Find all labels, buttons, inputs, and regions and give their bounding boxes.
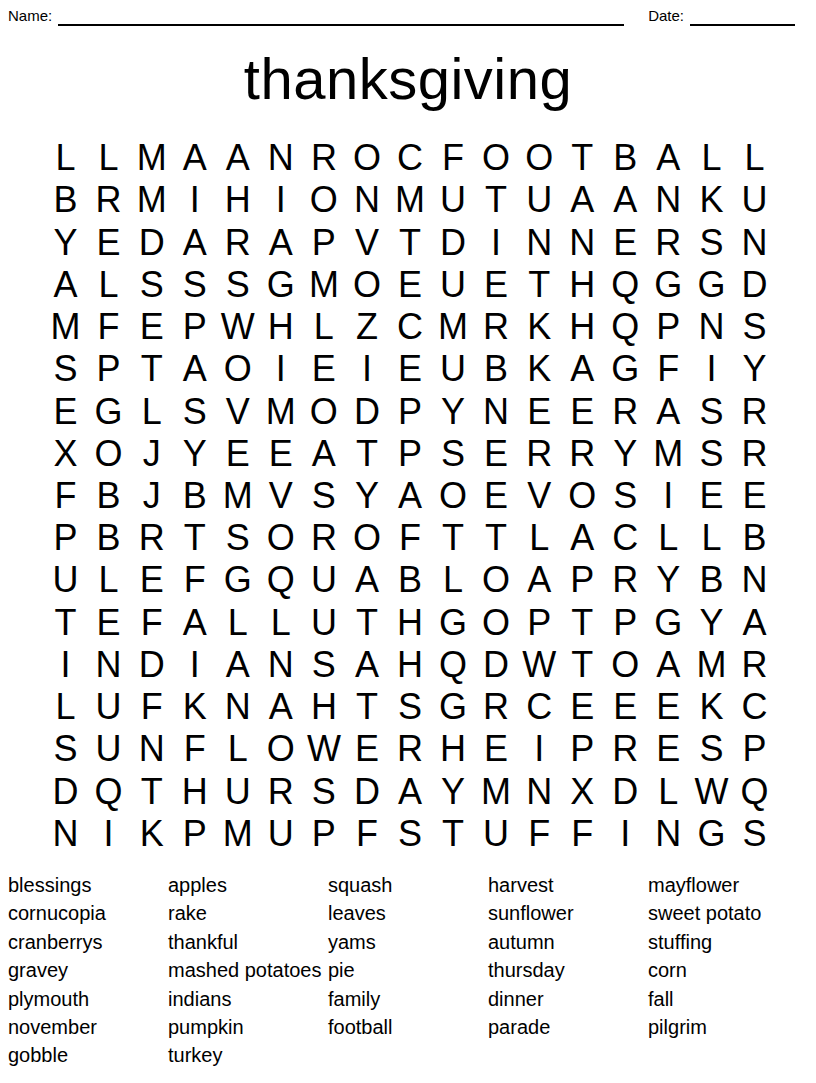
grid-cell-r5c16: N: [690, 306, 733, 348]
grid-cell-r3c3: D: [130, 221, 173, 263]
grid-cell-r5c9: C: [388, 306, 431, 348]
grid-cell-r12c9: H: [388, 602, 431, 644]
grid-cell-r1c8: O: [345, 137, 388, 179]
date-label: Date:: [648, 6, 684, 26]
grid-cell-r4c2: L: [87, 264, 130, 306]
grid-cell-r4c13: H: [561, 264, 604, 306]
grid-cell-r8c7: A: [302, 433, 345, 475]
grid-cell-r2c8: N: [345, 179, 388, 221]
grid-cell-r7c2: G: [87, 390, 130, 432]
grid-cell-r17c7: P: [302, 813, 345, 855]
grid-cell-r1c17: L: [733, 137, 776, 179]
grid-cell-r12c1: T: [44, 602, 87, 644]
grid-cell-r17c8: F: [345, 813, 388, 855]
grid-cell-r10c12: L: [518, 517, 561, 559]
grid-cell-r9c4: B: [173, 475, 216, 517]
grid-cell-r6c5: O: [216, 348, 259, 390]
grid-cell-r17c16: G: [690, 813, 733, 855]
grid-cell-r8c10: S: [432, 433, 475, 475]
grid-cell-r16c12: N: [518, 771, 561, 813]
name-label: Name:: [8, 6, 52, 26]
grid-cell-r6c14: G: [604, 348, 647, 390]
grid-cell-r10c13: A: [561, 517, 604, 559]
grid-cell-r16c15: L: [647, 771, 690, 813]
grid-cell-r16c13: X: [561, 771, 604, 813]
grid-cell-r13c4: I: [173, 644, 216, 686]
grid-cell-r3c17: N: [733, 221, 776, 263]
grid-cell-r2c3: M: [130, 179, 173, 221]
grid-cell-r11c2: L: [87, 559, 130, 601]
grid-cell-r1c14: B: [604, 137, 647, 179]
grid-cell-r8c13: R: [561, 433, 604, 475]
grid-cell-r14c10: G: [432, 686, 475, 728]
grid-cell-r10c7: R: [302, 517, 345, 559]
grid-cell-r9c8: Y: [345, 475, 388, 517]
grid-cell-r14c3: F: [130, 686, 173, 728]
grid-cell-r12c5: L: [216, 602, 259, 644]
grid-cell-r13c7: S: [302, 644, 345, 686]
grid-cell-r9c3: J: [130, 475, 173, 517]
grid-cell-r10c11: T: [475, 517, 518, 559]
grid-cell-r6c9: E: [388, 348, 431, 390]
grid-cell-r10c16: L: [690, 517, 733, 559]
grid-cell-r13c2: N: [87, 644, 130, 686]
grid-cell-r6c13: A: [561, 348, 604, 390]
grid-cell-r16c6: R: [259, 771, 302, 813]
grid-cell-r7c15: A: [647, 390, 690, 432]
grid-cell-r10c2: B: [87, 517, 130, 559]
grid-cell-r13c9: H: [388, 644, 431, 686]
grid-cell-r6c10: U: [432, 348, 475, 390]
grid-cell-r3c7: P: [302, 221, 345, 263]
word-list-item: corn: [648, 956, 808, 984]
grid-cell-r10c10: T: [432, 517, 475, 559]
grid-cell-r15c3: N: [130, 728, 173, 770]
grid-cell-r10c14: C: [604, 517, 647, 559]
grid-cell-r2c12: U: [518, 179, 561, 221]
grid-cell-r4c10: U: [432, 264, 475, 306]
word-list-item: pumpkin: [168, 1013, 328, 1041]
grid-cell-r1c7: R: [302, 137, 345, 179]
grid-cell-r16c7: S: [302, 771, 345, 813]
grid-cell-r3c13: N: [561, 221, 604, 263]
grid-cell-r6c12: K: [518, 348, 561, 390]
grid-cell-r8c2: O: [87, 433, 130, 475]
grid-cell-r1c13: T: [561, 137, 604, 179]
grid-cell-r13c11: D: [475, 644, 518, 686]
word-list-item: cranberrys: [8, 928, 168, 956]
grid-cell-r5c4: P: [173, 306, 216, 348]
grid-cell-r17c1: N: [44, 813, 87, 855]
word-list-item: cornucopia: [8, 899, 168, 927]
grid-cell-r12c4: A: [173, 602, 216, 644]
word-list-item: leaves: [328, 899, 488, 927]
grid-cell-r3c2: E: [87, 221, 130, 263]
grid-cell-r3c15: R: [647, 221, 690, 263]
word-list-item: squash: [328, 871, 488, 899]
grid-cell-r9c15: I: [647, 475, 690, 517]
grid-cell-r11c1: U: [44, 559, 87, 601]
word-list-item: stuffing: [648, 928, 808, 956]
word-list-item: sunflower: [488, 899, 648, 927]
grid-cell-r14c12: C: [518, 686, 561, 728]
grid-cell-r1c5: A: [216, 137, 259, 179]
grid-cell-r8c8: T: [345, 433, 388, 475]
grid-cell-r2c1: B: [44, 179, 87, 221]
grid-cell-r1c6: N: [259, 137, 302, 179]
grid-cell-r14c5: N: [216, 686, 259, 728]
grid-cell-r16c9: A: [388, 771, 431, 813]
grid-cell-r8c6: E: [259, 433, 302, 475]
grid-cell-r11c16: B: [690, 559, 733, 601]
word-list-column-3: squashleavesyamspiefamilyfootball: [328, 871, 488, 1041]
grid-cell-r5c8: Z: [345, 306, 388, 348]
grid-cell-r5c3: E: [130, 306, 173, 348]
word-list-item: mashed potatoes: [168, 956, 328, 984]
grid-cell-r12c14: P: [604, 602, 647, 644]
grid-cell-r6c6: I: [259, 348, 302, 390]
grid-cell-r7c8: D: [345, 390, 388, 432]
grid-cell-r6c15: F: [647, 348, 690, 390]
grid-cell-r6c1: S: [44, 348, 87, 390]
grid-cell-r11c6: Q: [259, 559, 302, 601]
grid-cell-r7c7: O: [302, 390, 345, 432]
grid-cell-r14c9: S: [388, 686, 431, 728]
grid-cell-r7c14: R: [604, 390, 647, 432]
grid-cell-r8c5: E: [216, 433, 259, 475]
worksheet-header: Name: Date:: [8, 6, 808, 26]
grid-cell-r17c6: U: [259, 813, 302, 855]
grid-cell-r14c6: A: [259, 686, 302, 728]
grid-cell-r7c17: R: [733, 390, 776, 432]
name-blank-line: [58, 7, 624, 26]
grid-cell-r10c9: F: [388, 517, 431, 559]
grid-cell-r4c11: E: [475, 264, 518, 306]
grid-cell-r11c14: R: [604, 559, 647, 601]
word-list-item: family: [328, 985, 488, 1013]
grid-cell-r14c13: E: [561, 686, 604, 728]
grid-cell-r8c12: R: [518, 433, 561, 475]
grid-cell-r11c10: L: [432, 559, 475, 601]
grid-cell-r4c17: D: [733, 264, 776, 306]
grid-cell-r9c10: O: [432, 475, 475, 517]
grid-cell-r14c14: E: [604, 686, 647, 728]
grid-cell-r14c4: K: [173, 686, 216, 728]
grid-cell-r13c17: R: [733, 644, 776, 686]
grid-cell-r4c3: S: [130, 264, 173, 306]
word-list-item: fall: [648, 985, 808, 1013]
grid-cell-r2c16: K: [690, 179, 733, 221]
word-list-item: autumn: [488, 928, 648, 956]
grid-cell-r5c2: F: [87, 306, 130, 348]
grid-cell-r9c17: E: [733, 475, 776, 517]
grid-cell-r7c3: L: [130, 390, 173, 432]
grid-cell-r13c3: D: [130, 644, 173, 686]
grid-cell-r9c16: E: [690, 475, 733, 517]
grid-cell-r5c1: M: [44, 306, 87, 348]
word-list-item: yams: [328, 928, 488, 956]
grid-cell-r1c16: L: [690, 137, 733, 179]
grid-cell-r9c6: V: [259, 475, 302, 517]
grid-cell-r2c14: A: [604, 179, 647, 221]
grid-cell-r14c11: R: [475, 686, 518, 728]
grid-cell-r3c11: I: [475, 221, 518, 263]
grid-cell-r3c12: N: [518, 221, 561, 263]
grid-cell-r13c5: A: [216, 644, 259, 686]
word-list: blessingscornucopiacranberrysgraveyplymo…: [8, 871, 808, 1070]
grid-cell-r16c8: D: [345, 771, 388, 813]
grid-cell-r15c15: E: [647, 728, 690, 770]
grid-cell-r15c16: S: [690, 728, 733, 770]
grid-cell-r15c10: H: [432, 728, 475, 770]
grid-cell-r7c4: S: [173, 390, 216, 432]
grid-cell-r12c6: L: [259, 602, 302, 644]
grid-cell-r15c2: U: [87, 728, 130, 770]
grid-cell-r11c7: U: [302, 559, 345, 601]
grid-cell-r17c14: I: [604, 813, 647, 855]
grid-cell-r8c17: R: [733, 433, 776, 475]
grid-cell-r1c1: L: [44, 137, 87, 179]
grid-cell-r10c1: P: [44, 517, 87, 559]
grid-cell-r6c16: I: [690, 348, 733, 390]
grid-cell-r12c11: O: [475, 602, 518, 644]
grid-cell-r4c12: T: [518, 264, 561, 306]
grid-cell-r13c16: M: [690, 644, 733, 686]
word-list-item: turkey: [168, 1041, 328, 1069]
grid-cell-r16c11: M: [475, 771, 518, 813]
grid-cell-r12c8: T: [345, 602, 388, 644]
grid-cell-r3c4: A: [173, 221, 216, 263]
grid-cell-r11c11: O: [475, 559, 518, 601]
word-list-item: thankful: [168, 928, 328, 956]
grid-cell-r5c10: M: [432, 306, 475, 348]
grid-cell-r12c15: G: [647, 602, 690, 644]
grid-cell-r16c2: Q: [87, 771, 130, 813]
grid-cell-r15c9: R: [388, 728, 431, 770]
grid-cell-r10c3: R: [130, 517, 173, 559]
grid-cell-r15c17: P: [733, 728, 776, 770]
grid-cell-r15c1: S: [44, 728, 87, 770]
grid-cell-r11c13: P: [561, 559, 604, 601]
grid-cell-r17c4: P: [173, 813, 216, 855]
grid-cell-r9c13: O: [561, 475, 604, 517]
word-list-column-1: blessingscornucopiacranberrysgraveyplymo…: [8, 871, 168, 1070]
grid-cell-r10c17: B: [733, 517, 776, 559]
word-list-item: harvest: [488, 871, 648, 899]
grid-cell-r11c8: A: [345, 559, 388, 601]
grid-cell-r11c9: B: [388, 559, 431, 601]
grid-cell-r14c7: H: [302, 686, 345, 728]
grid-cell-r17c11: U: [475, 813, 518, 855]
grid-cell-r8c11: E: [475, 433, 518, 475]
grid-cell-r12c7: U: [302, 602, 345, 644]
grid-cell-r12c13: T: [561, 602, 604, 644]
grid-cell-r1c9: C: [388, 137, 431, 179]
grid-cell-r2c5: H: [216, 179, 259, 221]
grid-cell-r13c10: Q: [432, 644, 475, 686]
word-list-item: thursday: [488, 956, 648, 984]
grid-cell-r16c3: T: [130, 771, 173, 813]
grid-cell-r7c6: M: [259, 390, 302, 432]
grid-cell-r7c1: E: [44, 390, 87, 432]
grid-cell-r7c10: Y: [432, 390, 475, 432]
grid-cell-r13c15: A: [647, 644, 690, 686]
word-list-column-5: mayflowersweet potatostuffingcornfallpil…: [648, 871, 808, 1041]
grid-cell-r14c2: U: [87, 686, 130, 728]
grid-cell-r4c6: G: [259, 264, 302, 306]
grid-cell-r5c14: Q: [604, 306, 647, 348]
grid-cell-r4c1: A: [44, 264, 87, 306]
grid-cell-r17c12: F: [518, 813, 561, 855]
grid-cell-r12c12: P: [518, 602, 561, 644]
grid-cell-r8c3: J: [130, 433, 173, 475]
grid-cell-r15c13: P: [561, 728, 604, 770]
grid-cell-r8c16: S: [690, 433, 733, 475]
grid-cell-r4c14: Q: [604, 264, 647, 306]
grid-cell-r13c1: I: [44, 644, 87, 686]
word-list-item: pie: [328, 956, 488, 984]
grid-cell-r11c12: A: [518, 559, 561, 601]
grid-cell-r11c15: Y: [647, 559, 690, 601]
grid-cell-r10c6: O: [259, 517, 302, 559]
word-list-item: gobble: [8, 1041, 168, 1069]
grid-cell-r16c16: W: [690, 771, 733, 813]
grid-cell-r17c9: S: [388, 813, 431, 855]
grid-cell-r16c17: Q: [733, 771, 776, 813]
grid-cell-r9c1: F: [44, 475, 87, 517]
grid-cell-r14c17: C: [733, 686, 776, 728]
grid-cell-r15c12: I: [518, 728, 561, 770]
grid-cell-r16c14: D: [604, 771, 647, 813]
grid-cell-r6c2: P: [87, 348, 130, 390]
grid-cell-r3c6: A: [259, 221, 302, 263]
grid-cell-r9c5: M: [216, 475, 259, 517]
grid-cell-r6c4: A: [173, 348, 216, 390]
grid-cell-r16c4: H: [173, 771, 216, 813]
grid-cell-r17c3: K: [130, 813, 173, 855]
word-list-item: apples: [168, 871, 328, 899]
grid-cell-r3c8: V: [345, 221, 388, 263]
word-list-item: dinner: [488, 985, 648, 1013]
grid-cell-r7c12: E: [518, 390, 561, 432]
grid-cell-r2c2: R: [87, 179, 130, 221]
grid-cell-r3c16: S: [690, 221, 733, 263]
grid-cell-r7c5: V: [216, 390, 259, 432]
grid-cell-r14c15: E: [647, 686, 690, 728]
grid-cell-r1c15: A: [647, 137, 690, 179]
word-list-item: sweet potato: [648, 899, 808, 927]
word-list-item: indians: [168, 985, 328, 1013]
word-list-item: football: [328, 1013, 488, 1041]
grid-cell-r15c8: E: [345, 728, 388, 770]
word-list-item: blessings: [8, 871, 168, 899]
grid-cell-r6c3: T: [130, 348, 173, 390]
grid-cell-r5c11: R: [475, 306, 518, 348]
grid-cell-r1c11: O: [475, 137, 518, 179]
grid-cell-r5c12: K: [518, 306, 561, 348]
grid-cell-r8c15: M: [647, 433, 690, 475]
grid-cell-r8c9: P: [388, 433, 431, 475]
grid-cell-r12c16: Y: [690, 602, 733, 644]
grid-cell-r4c7: M: [302, 264, 345, 306]
grid-cell-r11c3: E: [130, 559, 173, 601]
word-list-item: pilgrim: [648, 1013, 808, 1041]
grid-cell-r15c6: O: [259, 728, 302, 770]
grid-cell-r5c17: S: [733, 306, 776, 348]
grid-cell-r2c11: T: [475, 179, 518, 221]
grid-cell-r6c7: E: [302, 348, 345, 390]
word-list-item: november: [8, 1013, 168, 1041]
grid-cell-r5c6: H: [259, 306, 302, 348]
word-list-item: rake: [168, 899, 328, 927]
grid-cell-r6c8: I: [345, 348, 388, 390]
word-search-grid: LLMAANROCFOOTBALLBRMIHIONMUTUAANKUYEDARA…: [44, 137, 776, 855]
grid-cell-r9c7: S: [302, 475, 345, 517]
grid-cell-r1c2: L: [87, 137, 130, 179]
word-list-item: plymouth: [8, 985, 168, 1013]
grid-cell-r14c16: K: [690, 686, 733, 728]
grid-cell-r11c4: F: [173, 559, 216, 601]
grid-cell-r10c5: S: [216, 517, 259, 559]
grid-cell-r4c15: G: [647, 264, 690, 306]
grid-cell-r12c17: A: [733, 602, 776, 644]
grid-cell-r17c13: F: [561, 813, 604, 855]
grid-cell-r2c15: N: [647, 179, 690, 221]
grid-cell-r4c16: G: [690, 264, 733, 306]
grid-cell-r13c12: W: [518, 644, 561, 686]
grid-cell-r2c17: U: [733, 179, 776, 221]
grid-cell-r12c10: G: [432, 602, 475, 644]
grid-cell-r10c8: O: [345, 517, 388, 559]
puzzle-title: thanksgiving: [0, 42, 816, 116]
grid-cell-r14c1: L: [44, 686, 87, 728]
grid-cell-r5c7: L: [302, 306, 345, 348]
grid-cell-r9c9: A: [388, 475, 431, 517]
grid-cell-r9c12: V: [518, 475, 561, 517]
grid-cell-r9c14: S: [604, 475, 647, 517]
grid-cell-r15c11: E: [475, 728, 518, 770]
grid-cell-r10c15: L: [647, 517, 690, 559]
grid-cell-r16c10: Y: [432, 771, 475, 813]
grid-cell-r7c11: N: [475, 390, 518, 432]
grid-cell-r6c11: B: [475, 348, 518, 390]
grid-cell-r8c4: Y: [173, 433, 216, 475]
grid-cell-r15c14: R: [604, 728, 647, 770]
grid-cell-r9c11: E: [475, 475, 518, 517]
grid-cell-r11c17: N: [733, 559, 776, 601]
word-list-item: parade: [488, 1013, 648, 1041]
grid-cell-r2c10: U: [432, 179, 475, 221]
grid-cell-r17c2: I: [87, 813, 130, 855]
grid-cell-r1c12: O: [518, 137, 561, 179]
grid-cell-r3c14: E: [604, 221, 647, 263]
grid-cell-r7c9: P: [388, 390, 431, 432]
grid-cell-r2c13: A: [561, 179, 604, 221]
grid-cell-r4c5: S: [216, 264, 259, 306]
grid-cell-r15c7: W: [302, 728, 345, 770]
grid-cell-r1c10: F: [432, 137, 475, 179]
grid-cell-r17c17: S: [733, 813, 776, 855]
grid-cell-r2c4: I: [173, 179, 216, 221]
grid-cell-r13c14: O: [604, 644, 647, 686]
grid-cell-r5c13: H: [561, 306, 604, 348]
grid-cell-r3c9: T: [388, 221, 431, 263]
grid-cell-r7c16: S: [690, 390, 733, 432]
grid-cell-r6c17: Y: [733, 348, 776, 390]
grid-cell-r13c6: N: [259, 644, 302, 686]
grid-cell-r4c4: S: [173, 264, 216, 306]
grid-cell-r12c3: F: [130, 602, 173, 644]
